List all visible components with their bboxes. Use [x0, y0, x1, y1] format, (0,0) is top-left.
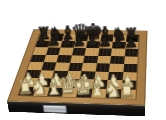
square-e7: ♟ — [86, 41, 100, 48]
clasp-latch — [42, 105, 67, 113]
square-b7: ♟ — [48, 40, 63, 47]
square-c7: ♟ — [60, 41, 74, 48]
square-f6 — [98, 48, 112, 56]
square-a5 — [30, 54, 45, 62]
square-g6 — [111, 49, 125, 57]
square-d5 — [70, 55, 85, 63]
square-e1: ♚ — [76, 88, 92, 97]
square-d6 — [71, 48, 86, 56]
square-h1: ♜ — [120, 89, 135, 99]
piece-black-bishop: ♝ — [97, 25, 115, 42]
square-b3 — [38, 70, 54, 79]
product-photo: ♜♞♝♛♚♝♞♜♟♟♟♟♟♟♟♟♟♟♟♟♟♟♟♟♜♞♝♛♚♝♞♜ — [0, 0, 166, 120]
square-d7: ♟ — [73, 41, 87, 48]
square-a8: ♜ — [38, 34, 52, 41]
square-f2: ♟ — [92, 80, 108, 89]
square-g8: ♞ — [113, 35, 126, 42]
piece-black-king: ♚ — [83, 22, 104, 42]
square-f8: ♝ — [100, 34, 114, 41]
piece-black-rook: ♜ — [35, 26, 51, 41]
square-e6 — [85, 48, 99, 56]
chess-board: ♜♞♝♛♚♝♞♜♟♟♟♟♟♟♟♟♟♟♟♟♟♟♟♟♜♞♝♛♚♝♞♜ — [7, 29, 148, 105]
square-h7: ♟ — [125, 42, 139, 49]
square-f1: ♝ — [91, 88, 107, 98]
square-g5 — [110, 56, 124, 64]
square-c5 — [56, 55, 71, 63]
piece-black-pawn: ♟ — [46, 34, 61, 48]
board-front-edge — [7, 101, 145, 116]
piece-black-pawn: ♟ — [72, 34, 87, 48]
piece-black-pawn: ♟ — [124, 35, 139, 49]
piece-black-pawn: ♟ — [85, 35, 100, 49]
square-h6 — [124, 49, 138, 57]
piece-black-pawn: ♟ — [111, 35, 126, 49]
square-d8: ♛ — [75, 34, 89, 41]
square-f7: ♟ — [99, 41, 113, 48]
square-h4 — [123, 64, 137, 72]
piece-black-pawn: ♟ — [59, 34, 74, 48]
chess-board-grid: ♜♞♝♛♚♝♞♜♟♟♟♟♟♟♟♟♟♟♟♟♟♟♟♟♜♞♝♛♚♝♞♜ — [19, 34, 139, 99]
square-b4 — [41, 62, 57, 70]
board-right-edge — [145, 31, 147, 117]
square-g3 — [108, 72, 123, 81]
square-e5 — [83, 55, 98, 63]
piece-black-bishop: ♝ — [59, 24, 77, 41]
square-f3 — [94, 71, 109, 80]
piece-black-pawn: ♟ — [34, 34, 48, 48]
square-b1: ♞ — [33, 87, 50, 96]
piece-black-knight: ♞ — [110, 26, 127, 42]
piece-black-queen: ♛ — [71, 23, 91, 42]
square-a7: ♟ — [35, 40, 50, 47]
square-b6 — [46, 47, 61, 54]
square-g7: ♟ — [112, 41, 126, 48]
board-orientation-wrapper: ♜♞♝♛♚♝♞♜♟♟♟♟♟♟♟♟♟♟♟♟♟♟♟♟♜♞♝♛♚♝♞♜ — [16, 0, 150, 120]
square-h2: ♟ — [121, 80, 136, 89]
square-h3 — [122, 72, 137, 81]
square-b5 — [43, 55, 58, 63]
piece-black-rook: ♜ — [123, 27, 139, 43]
piece-black-knight: ♞ — [47, 25, 64, 41]
square-e2: ♟ — [78, 79, 94, 88]
square-h8: ♜ — [126, 35, 139, 42]
square-g2: ♟ — [107, 80, 122, 89]
square-c6 — [58, 48, 73, 55]
square-a6 — [33, 47, 48, 54]
square-g1: ♞ — [106, 89, 122, 99]
square-c8: ♝ — [62, 34, 76, 41]
square-b8: ♞ — [50, 34, 64, 41]
square-e8: ♚ — [87, 34, 101, 41]
piece-black-pawn: ♟ — [98, 35, 113, 49]
